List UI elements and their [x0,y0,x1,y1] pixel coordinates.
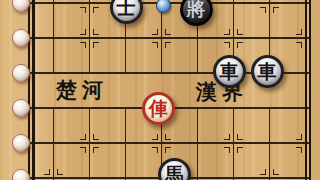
point-marker-bracket [152,29,158,35]
point-marker-bracket [80,29,86,35]
point-marker-bracket [296,134,302,140]
file-line-lower [233,107,234,180]
stud-pin [12,169,30,180]
xiangqi-board[interactable]: 楚河 漢界 士將車車俥馬 [0,0,320,180]
point-marker-bracket [224,29,230,35]
point-marker-bracket [80,134,86,140]
point-marker-bracket [165,147,171,153]
stud-pin [12,134,30,152]
piece-black-chariot-1[interactable]: 車 [213,55,246,88]
point-marker-bracket [165,42,171,48]
stud-pin [12,99,30,117]
file-line-lower [53,107,54,180]
file-line-lower [125,107,126,180]
edge-file-line [32,0,35,180]
point-marker-bracket [152,134,158,140]
point-marker-bracket [80,42,86,48]
point-marker-bracket [296,147,302,153]
edge-file-line [305,0,307,180]
file-line-lower [197,107,198,180]
piece-black-general[interactable]: 將 [180,0,213,26]
stud-pin [12,64,30,82]
point-marker-bracket [296,42,302,48]
point-marker-bracket [93,29,99,35]
edge-file-line [28,0,30,180]
point-marker-bracket [237,29,243,35]
point-marker-bracket [80,147,86,153]
point-marker-bracket [80,7,86,13]
point-marker-bracket [57,169,63,175]
file-line-lower [89,107,90,180]
point-marker-bracket [93,147,99,153]
point-marker-bracket [273,169,279,175]
point-marker-bracket [237,134,243,140]
file-line-upper [89,0,90,74]
point-marker-bracket [237,147,243,153]
point-marker-bracket [260,169,266,175]
point-marker-bracket [237,42,243,48]
point-marker-bracket [224,134,230,140]
point-marker-bracket [260,7,266,13]
stud-pin [12,29,30,47]
point-marker-bracket [152,42,158,48]
point-marker-bracket [273,7,279,13]
piece-black-horse[interactable]: 馬 [158,158,191,181]
river-label-chuhe: 楚河 [56,76,108,104]
file-line-lower [269,107,270,180]
file-line-upper [53,0,54,74]
point-marker-bracket [165,29,171,35]
piece-red-chariot[interactable]: 俥 [142,92,175,125]
move-indicator-dot [156,0,171,13]
piece-black-chariot-2[interactable]: 車 [251,55,284,88]
edge-file-line [309,0,311,180]
point-marker-bracket [93,42,99,48]
point-marker-bracket [165,134,171,140]
point-marker-bracket [296,29,302,35]
point-marker-bracket [224,42,230,48]
point-marker-bracket [152,147,158,153]
point-marker-bracket [44,169,50,175]
piece-black-advisor[interactable]: 士 [110,0,143,24]
point-marker-bracket [224,147,230,153]
point-marker-bracket [93,7,99,13]
point-marker-bracket [93,134,99,140]
